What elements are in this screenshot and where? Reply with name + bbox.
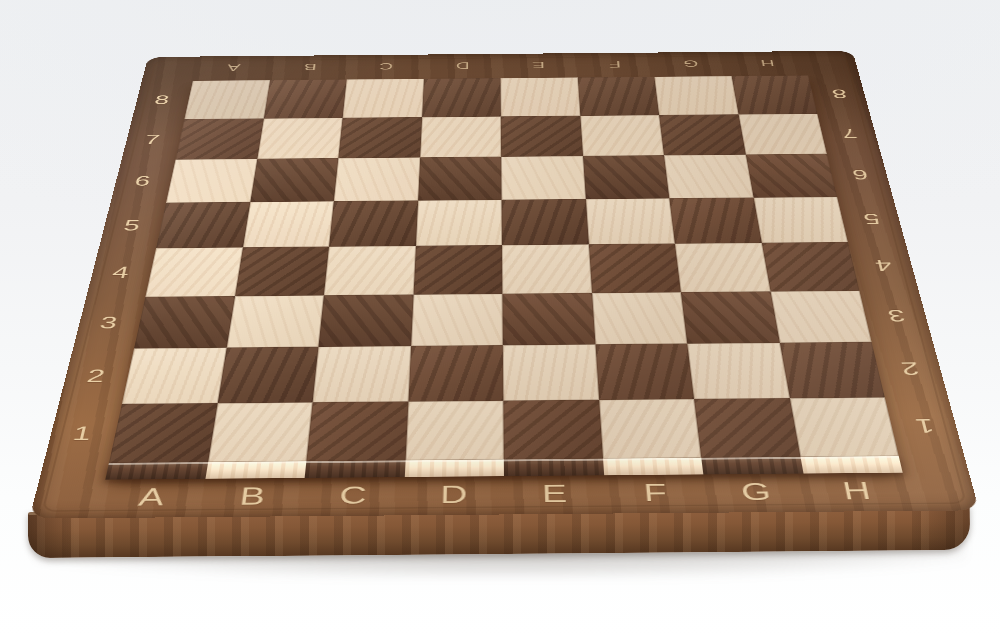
- square-b2: [217, 347, 318, 403]
- square-g3: [681, 291, 780, 343]
- studio-background: AABBCCDDEEFFGGHH8877665544332211: [0, 0, 1000, 636]
- square-c2: [313, 346, 411, 402]
- file-label-bottom-h: H: [803, 475, 910, 508]
- file-label-bottom-c: C: [301, 480, 404, 513]
- square-a4: [145, 247, 242, 296]
- file-label-top-f: F: [576, 57, 653, 71]
- square-a2: [122, 348, 226, 404]
- square-h3: [770, 290, 871, 342]
- edge-block-a: [105, 462, 207, 480]
- edge-block-c: [305, 460, 405, 478]
- square-g6: [664, 155, 753, 199]
- file-label-bottom-f: F: [604, 477, 708, 510]
- coordinate-labels: AABBCCDDEEFFGGHH8877665544332211: [148, 51, 853, 57]
- rank-label-left-6: 6: [117, 172, 167, 190]
- square-e7: [501, 116, 583, 157]
- square-a7: [176, 118, 264, 159]
- square-g8: [654, 76, 738, 115]
- square-b8: [264, 79, 347, 118]
- square-f2: [595, 344, 694, 400]
- rank-label-left-8: 8: [138, 92, 185, 108]
- square-g2: [687, 343, 789, 399]
- square-e8: [500, 77, 579, 116]
- rank-label-left-4: 4: [94, 262, 148, 283]
- file-label-top-c: C: [347, 59, 424, 73]
- square-f6: [583, 155, 670, 199]
- square-g5: [669, 197, 761, 243]
- square-g1: [694, 398, 800, 458]
- rank-label-left-1: 1: [52, 421, 112, 446]
- rank-label-right-8: 8: [816, 86, 864, 102]
- file-label-bottom-d: D: [403, 479, 505, 512]
- rank-label-right-5: 5: [845, 209, 897, 228]
- square-f5: [585, 198, 674, 244]
- square-b3: [226, 295, 324, 348]
- rank-label-left-2: 2: [67, 364, 125, 387]
- square-e3: [502, 293, 595, 345]
- square-f1: [599, 399, 702, 459]
- square-g7: [659, 114, 745, 155]
- square-a5: [156, 202, 250, 248]
- square-b1: [208, 402, 313, 462]
- square-b5: [243, 201, 334, 247]
- edge-block-d: [404, 460, 504, 478]
- square-d6: [418, 157, 502, 201]
- square-d3: [411, 294, 503, 346]
- square-f4: [588, 244, 680, 293]
- file-label-bottom-a: A: [98, 481, 205, 514]
- square-a3: [134, 296, 235, 349]
- square-b7: [257, 118, 343, 159]
- rank-label-left-5: 5: [106, 216, 158, 235]
- edge-block-h: [800, 456, 903, 473]
- edge-block-g: [701, 457, 803, 474]
- file-label-top-d: D: [424, 58, 501, 72]
- square-e6: [501, 156, 585, 200]
- file-label-top-g: G: [652, 56, 730, 70]
- square-e4: [502, 244, 592, 293]
- square-f7: [580, 115, 664, 156]
- square-b6: [250, 158, 338, 202]
- square-f3: [592, 292, 688, 344]
- square-a8: [184, 80, 269, 119]
- square-c8: [343, 79, 424, 118]
- board-frame: AABBCCDDEEFFGGHH8877665544332211: [29, 51, 979, 519]
- square-h4: [761, 242, 859, 291]
- file-label-bottom-g: G: [704, 476, 810, 509]
- file-label-top-b: B: [271, 60, 349, 74]
- square-h5: [753, 197, 848, 243]
- rank-label-right-6: 6: [835, 166, 886, 184]
- square-f8: [577, 77, 659, 116]
- squares-grid: [109, 75, 899, 463]
- file-label-top-h: H: [728, 56, 807, 70]
- square-e5: [502, 199, 589, 245]
- square-c5: [329, 200, 418, 246]
- square-d8: [422, 78, 501, 117]
- file-label-bottom-b: B: [199, 480, 304, 513]
- square-d1: [405, 400, 504, 460]
- edge-block-f: [603, 458, 704, 475]
- square-c4: [324, 246, 416, 295]
- square-e2: [503, 344, 599, 400]
- rank-label-right-1: 1: [895, 413, 956, 438]
- square-d7: [420, 116, 501, 157]
- square-h2: [779, 342, 884, 398]
- square-d5: [415, 200, 501, 246]
- file-label-top-e: E: [500, 58, 577, 72]
- square-h7: [738, 114, 827, 155]
- square-g4: [675, 243, 770, 292]
- square-b4: [235, 247, 329, 296]
- square-d4: [413, 245, 502, 294]
- rank-label-left-7: 7: [128, 131, 177, 148]
- square-c6: [334, 157, 420, 201]
- edge-block-e: [504, 459, 604, 477]
- square-a1: [109, 403, 217, 463]
- file-label-top-a: A: [194, 60, 273, 74]
- rank-label-right-2: 2: [881, 357, 939, 380]
- square-d2: [408, 345, 503, 401]
- square-c7: [338, 117, 421, 158]
- square-e1: [503, 400, 602, 460]
- file-label-bottom-e: E: [504, 478, 606, 511]
- rank-label-right-4: 4: [857, 255, 911, 275]
- square-c3: [318, 294, 413, 346]
- square-h1: [789, 397, 898, 457]
- rank-label-left-3: 3: [81, 312, 137, 334]
- square-c1: [306, 401, 408, 461]
- playing-field: [105, 75, 902, 479]
- rank-label-right-7: 7: [825, 125, 874, 142]
- square-a6: [166, 159, 257, 203]
- square-h8: [731, 75, 817, 114]
- rank-label-right-3: 3: [868, 305, 924, 327]
- chess-board: AABBCCDDEEFFGGHH8877665544332211: [29, 51, 979, 519]
- square-h6: [745, 154, 837, 198]
- edge-block-b: [205, 461, 306, 479]
